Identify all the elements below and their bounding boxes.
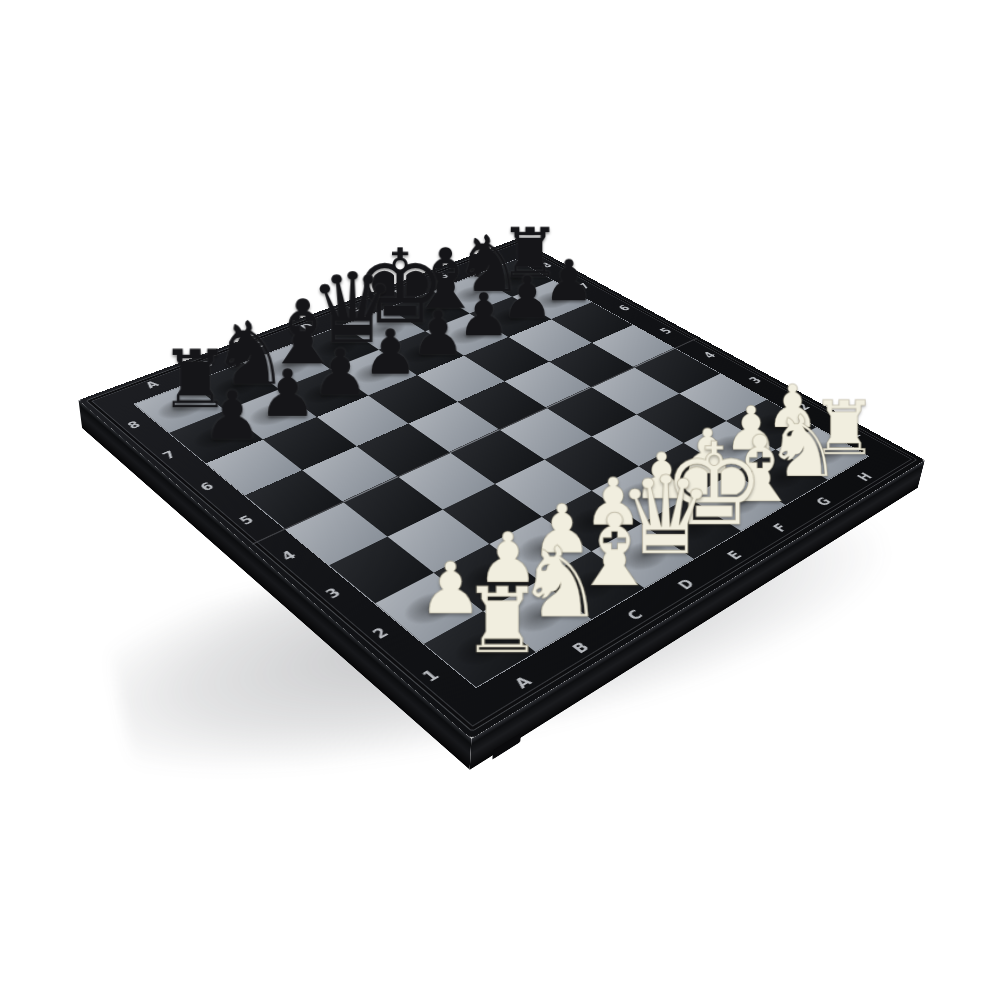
piece-contact-shadow (503, 594, 573, 639)
product-photo-scene: ♜♞♝♛♚♝♞♜♟♟♟♟♟♟♟♟♟♟♟♟♟♟♟♟♜♞♝♛♚♝♞♜ ABCDEFG… (0, 0, 1000, 1000)
piece-contact-shadow (508, 528, 574, 568)
piece-contact-shadow (560, 502, 624, 540)
piece-contact-shadow (205, 372, 265, 402)
piece-contact-shadow (751, 460, 811, 495)
piece-contact-shadow (453, 556, 522, 599)
piece-contact-shadow (701, 431, 760, 464)
piece-contact-shadow (657, 453, 717, 488)
square-e3 (545, 437, 639, 491)
piece-contact-shadow (440, 321, 494, 347)
piece-contact-shadow (558, 564, 626, 607)
piece-contact-shadow (403, 299, 456, 324)
piece-contact-shadow (150, 392, 211, 423)
piece-contact-shadow (485, 304, 538, 329)
piece-contact-shadow (309, 334, 365, 361)
piece-contact-shadow (707, 484, 769, 521)
piece-contact-shadow (357, 316, 412, 342)
piece-contact-shadow (447, 282, 499, 306)
piece-contact-shadow (489, 267, 540, 290)
piece-contact-shadow (610, 477, 672, 513)
piece-contact-shadow (444, 625, 517, 673)
piece-contact-shadow (394, 339, 450, 367)
clasp-latch (492, 732, 521, 759)
piece-contact-shadow (660, 509, 724, 548)
piece-contact-shadow (394, 586, 465, 631)
piece-contact-shadow (258, 352, 316, 381)
piece-contact-shadow (241, 399, 302, 431)
piece-contact-shadow (527, 288, 579, 312)
piece-contact-shadow (295, 378, 354, 408)
piece-contact-shadow (346, 358, 404, 387)
piece-contact-shadow (611, 536, 677, 577)
